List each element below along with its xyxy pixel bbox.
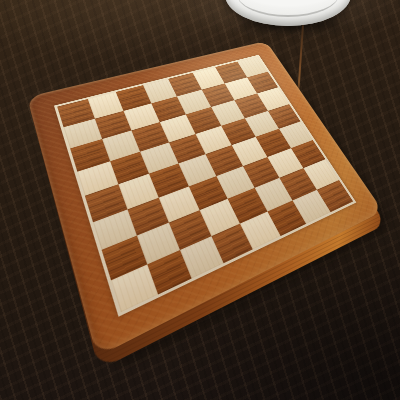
plate-rim (237, 0, 339, 17)
scene (0, 0, 400, 400)
